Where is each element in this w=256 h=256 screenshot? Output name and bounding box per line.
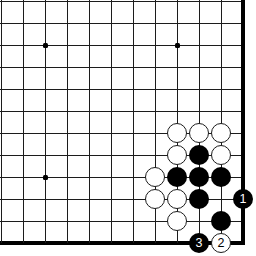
grid-line-horizontal bbox=[0, 111, 12, 112]
intersection bbox=[188, 188, 210, 210]
grid-line-vertical bbox=[45, 78, 46, 100]
grid-line-vertical bbox=[111, 78, 112, 100]
grid-line-vertical bbox=[133, 188, 134, 210]
grid-line-vertical bbox=[1, 78, 2, 100]
grid-line-vertical bbox=[199, 56, 200, 78]
intersection bbox=[144, 56, 166, 78]
intersection bbox=[166, 232, 188, 254]
intersection bbox=[34, 144, 56, 166]
intersection bbox=[122, 144, 144, 166]
grid-line-vertical bbox=[1, 122, 2, 144]
move-2-stone: 2 bbox=[211, 233, 231, 253]
grid-line-vertical bbox=[241, 210, 245, 232]
grid-line-vertical bbox=[1, 210, 2, 232]
grid-line-vertical bbox=[133, 100, 134, 122]
grid-line-vertical bbox=[45, 100, 46, 122]
intersection bbox=[188, 12, 210, 34]
grid-line-vertical bbox=[23, 210, 24, 232]
intersection bbox=[188, 166, 210, 188]
grid-line-vertical bbox=[155, 122, 156, 144]
grid-line-vertical bbox=[155, 144, 156, 166]
grid-line-vertical bbox=[155, 34, 156, 56]
grid-line-vertical bbox=[23, 188, 24, 210]
intersection bbox=[78, 0, 100, 12]
intersection bbox=[78, 12, 100, 34]
intersection bbox=[12, 188, 34, 210]
intersection bbox=[188, 0, 210, 12]
grid-line-vertical bbox=[89, 56, 90, 78]
intersection bbox=[0, 0, 12, 12]
intersection bbox=[12, 56, 34, 78]
intersection bbox=[56, 188, 78, 210]
intersection bbox=[100, 166, 122, 188]
intersection bbox=[56, 100, 78, 122]
grid-line-vertical bbox=[89, 232, 90, 243]
intersection bbox=[188, 210, 210, 232]
intersection bbox=[34, 232, 56, 254]
intersection bbox=[210, 188, 232, 210]
intersection bbox=[78, 56, 100, 78]
grid-line-vertical bbox=[221, 188, 222, 210]
intersection bbox=[144, 0, 166, 12]
grid-line-vertical bbox=[89, 0, 90, 12]
intersection bbox=[166, 166, 188, 188]
intersection bbox=[100, 232, 122, 254]
grid-line-vertical bbox=[45, 210, 46, 232]
white-stone bbox=[167, 123, 187, 143]
grid-line-vertical bbox=[89, 166, 90, 188]
intersection bbox=[166, 144, 188, 166]
intersection bbox=[144, 144, 166, 166]
grid-line-horizontal bbox=[0, 133, 12, 134]
white-stone bbox=[189, 123, 209, 143]
intersection bbox=[0, 100, 12, 122]
grid-line-vertical bbox=[111, 188, 112, 210]
intersection bbox=[122, 56, 144, 78]
intersection bbox=[122, 232, 144, 254]
intersection bbox=[78, 166, 100, 188]
grid-line-vertical bbox=[23, 78, 24, 100]
grid-line-horizontal bbox=[0, 221, 12, 222]
grid-line-vertical bbox=[177, 100, 178, 122]
grid-line-vertical bbox=[67, 12, 68, 34]
grid-line-vertical bbox=[1, 166, 2, 188]
grid-line-vertical bbox=[1, 34, 2, 56]
intersection bbox=[232, 78, 254, 100]
intersection bbox=[232, 56, 254, 78]
black-stone bbox=[189, 145, 209, 165]
intersection bbox=[232, 34, 254, 56]
grid-line-vertical bbox=[23, 100, 24, 122]
grid-line-horizontal bbox=[0, 177, 12, 178]
grid-line-vertical bbox=[45, 56, 46, 78]
grid-line-vertical bbox=[133, 12, 134, 34]
grid-line-vertical bbox=[155, 100, 156, 122]
intersection bbox=[166, 210, 188, 232]
grid-line-vertical bbox=[133, 34, 134, 56]
grid-line-vertical bbox=[23, 232, 24, 243]
grid-line-vertical bbox=[241, 56, 245, 78]
star-point-icon bbox=[43, 175, 48, 180]
intersection bbox=[144, 166, 166, 188]
black-stone bbox=[189, 189, 209, 209]
grid-line-vertical bbox=[133, 78, 134, 100]
grid-line-vertical bbox=[1, 188, 2, 210]
intersection bbox=[210, 78, 232, 100]
intersection bbox=[100, 144, 122, 166]
intersection bbox=[166, 78, 188, 100]
intersection bbox=[0, 122, 12, 144]
black-stone bbox=[189, 167, 209, 187]
intersection bbox=[166, 0, 188, 12]
grid-line-vertical bbox=[221, 34, 222, 56]
grid-line-vertical bbox=[1, 56, 2, 78]
intersection bbox=[100, 12, 122, 34]
grid-line-vertical bbox=[45, 232, 46, 243]
grid-line-vertical bbox=[241, 12, 245, 34]
grid-line-horizontal bbox=[0, 1, 12, 2]
intersection bbox=[78, 100, 100, 122]
intersection bbox=[210, 34, 232, 56]
intersection bbox=[78, 122, 100, 144]
intersection bbox=[56, 12, 78, 34]
intersection bbox=[122, 100, 144, 122]
intersection bbox=[232, 144, 254, 166]
star-point-icon bbox=[43, 43, 48, 48]
intersection bbox=[56, 122, 78, 144]
intersection bbox=[56, 0, 78, 12]
intersection: 2 bbox=[210, 232, 232, 254]
grid-line-vertical bbox=[133, 122, 134, 144]
intersection bbox=[144, 100, 166, 122]
grid-line-vertical bbox=[1, 232, 2, 243]
intersection bbox=[0, 232, 12, 254]
grid-line-vertical bbox=[241, 34, 245, 56]
intersection bbox=[12, 12, 34, 34]
intersection bbox=[122, 210, 144, 232]
grid-line-vertical bbox=[241, 78, 245, 100]
grid-line-horizontal bbox=[0, 67, 12, 68]
intersection bbox=[12, 0, 34, 12]
intersection bbox=[122, 12, 144, 34]
intersection bbox=[144, 188, 166, 210]
star-point-icon bbox=[175, 43, 180, 48]
intersection bbox=[34, 100, 56, 122]
intersection bbox=[34, 12, 56, 34]
grid-line-vertical bbox=[23, 0, 24, 12]
white-stone bbox=[211, 145, 231, 165]
grid-line-vertical bbox=[111, 0, 112, 12]
grid-line-horizontal bbox=[0, 89, 12, 90]
grid-line-vertical bbox=[241, 0, 245, 12]
grid-line-vertical bbox=[111, 210, 112, 232]
grid-line-vertical bbox=[67, 188, 68, 210]
grid-line-vertical bbox=[23, 144, 24, 166]
go-diagram: 132 bbox=[0, 0, 256, 256]
intersection bbox=[34, 78, 56, 100]
grid-line-vertical bbox=[155, 78, 156, 100]
intersection bbox=[232, 12, 254, 34]
intersection bbox=[100, 188, 122, 210]
grid-line-vertical bbox=[177, 78, 178, 100]
intersection bbox=[210, 144, 232, 166]
intersection bbox=[122, 166, 144, 188]
intersection bbox=[166, 188, 188, 210]
intersection bbox=[188, 144, 210, 166]
grid-line-vertical bbox=[177, 56, 178, 78]
intersection bbox=[34, 166, 56, 188]
grid-line-vertical bbox=[177, 232, 178, 243]
white-stone bbox=[145, 167, 165, 187]
intersection bbox=[34, 0, 56, 12]
grid-line-vertical bbox=[133, 210, 134, 232]
intersection bbox=[232, 0, 254, 12]
grid-line-vertical bbox=[241, 122, 245, 144]
intersection bbox=[188, 56, 210, 78]
intersection bbox=[122, 188, 144, 210]
grid-line-vertical bbox=[221, 56, 222, 78]
intersection bbox=[144, 122, 166, 144]
grid-line-vertical bbox=[133, 232, 134, 243]
black-stone bbox=[211, 211, 231, 231]
grid-line-vertical bbox=[67, 34, 68, 56]
grid-line-vertical bbox=[23, 34, 24, 56]
grid-line-vertical bbox=[111, 166, 112, 188]
grid-line-vertical bbox=[89, 34, 90, 56]
intersection bbox=[188, 122, 210, 144]
intersection bbox=[34, 122, 56, 144]
intersection bbox=[0, 78, 12, 100]
intersection bbox=[210, 56, 232, 78]
intersection bbox=[78, 188, 100, 210]
grid-line-vertical bbox=[89, 144, 90, 166]
grid-line-vertical bbox=[111, 100, 112, 122]
intersection bbox=[210, 122, 232, 144]
intersection bbox=[100, 78, 122, 100]
grid-line-vertical bbox=[89, 12, 90, 34]
intersection bbox=[12, 100, 34, 122]
grid-line-vertical bbox=[89, 78, 90, 100]
intersection bbox=[78, 78, 100, 100]
intersection bbox=[78, 232, 100, 254]
intersection bbox=[56, 144, 78, 166]
intersection bbox=[122, 122, 144, 144]
grid-line-vertical bbox=[221, 0, 222, 12]
intersection bbox=[122, 34, 144, 56]
intersection bbox=[166, 122, 188, 144]
intersection bbox=[0, 188, 12, 210]
intersection bbox=[100, 100, 122, 122]
move-3-stone: 3 bbox=[189, 233, 209, 253]
intersection bbox=[232, 122, 254, 144]
intersection bbox=[12, 210, 34, 232]
grid-line-vertical bbox=[89, 210, 90, 232]
intersection bbox=[0, 56, 12, 78]
grid-line-vertical bbox=[67, 166, 68, 188]
grid-line-vertical bbox=[23, 166, 24, 188]
grid-line-vertical bbox=[45, 12, 46, 34]
grid-line-vertical bbox=[89, 122, 90, 144]
white-stone bbox=[167, 189, 187, 209]
grid-line-vertical bbox=[1, 144, 2, 166]
grid-line-horizontal bbox=[0, 241, 12, 245]
intersection bbox=[78, 144, 100, 166]
intersection bbox=[210, 0, 232, 12]
grid-line-horizontal bbox=[0, 155, 12, 156]
intersection bbox=[210, 100, 232, 122]
grid-line-vertical bbox=[199, 0, 200, 12]
intersection bbox=[56, 34, 78, 56]
intersection bbox=[12, 34, 34, 56]
intersection bbox=[0, 34, 12, 56]
intersection bbox=[34, 210, 56, 232]
grid-line-vertical bbox=[1, 100, 2, 122]
intersection bbox=[144, 210, 166, 232]
intersection bbox=[100, 56, 122, 78]
grid-line-vertical bbox=[23, 56, 24, 78]
intersection bbox=[12, 144, 34, 166]
intersection bbox=[56, 56, 78, 78]
intersection bbox=[232, 210, 254, 232]
intersection bbox=[122, 0, 144, 12]
intersection bbox=[188, 100, 210, 122]
intersection bbox=[166, 34, 188, 56]
grid-line-vertical bbox=[199, 78, 200, 100]
grid-line-vertical bbox=[67, 0, 68, 12]
grid-line-vertical bbox=[23, 122, 24, 144]
intersection bbox=[144, 12, 166, 34]
intersection bbox=[34, 188, 56, 210]
grid-line-vertical bbox=[45, 144, 46, 166]
intersection bbox=[12, 122, 34, 144]
grid-line-vertical bbox=[199, 210, 200, 232]
intersection: 3 bbox=[188, 232, 210, 254]
intersection bbox=[232, 232, 254, 254]
grid-line-vertical bbox=[133, 166, 134, 188]
grid-line-vertical bbox=[155, 56, 156, 78]
grid-line-vertical bbox=[221, 100, 222, 122]
intersection bbox=[78, 34, 100, 56]
grid-line-vertical bbox=[155, 0, 156, 12]
grid-line-vertical bbox=[177, 12, 178, 34]
grid-line-vertical bbox=[111, 232, 112, 243]
grid-line-vertical bbox=[67, 210, 68, 232]
grid-line-vertical bbox=[111, 34, 112, 56]
intersection bbox=[12, 78, 34, 100]
grid-line-vertical bbox=[1, 0, 2, 12]
black-stone bbox=[211, 167, 231, 187]
white-stone bbox=[167, 211, 187, 231]
intersection bbox=[12, 232, 34, 254]
grid-line-vertical bbox=[111, 122, 112, 144]
grid-line-vertical bbox=[199, 100, 200, 122]
grid-line-vertical bbox=[45, 188, 46, 210]
intersection bbox=[210, 166, 232, 188]
intersection bbox=[100, 122, 122, 144]
white-stone bbox=[211, 123, 231, 143]
intersection bbox=[144, 34, 166, 56]
grid-line-vertical bbox=[67, 100, 68, 122]
grid-line-vertical bbox=[67, 232, 68, 243]
grid-line-vertical bbox=[155, 210, 156, 232]
grid-line-vertical bbox=[221, 78, 222, 100]
intersection bbox=[232, 166, 254, 188]
intersection bbox=[12, 166, 34, 188]
grid-line-vertical bbox=[67, 78, 68, 100]
intersection bbox=[0, 144, 12, 166]
grid-line-vertical bbox=[111, 144, 112, 166]
intersection bbox=[144, 78, 166, 100]
intersection bbox=[56, 210, 78, 232]
grid-line-vertical bbox=[199, 12, 200, 34]
grid-line-vertical bbox=[67, 56, 68, 78]
grid-line-vertical bbox=[111, 12, 112, 34]
grid-line-vertical bbox=[155, 232, 156, 243]
intersection bbox=[166, 56, 188, 78]
grid-line-vertical bbox=[1, 12, 2, 34]
intersection bbox=[210, 12, 232, 34]
intersection bbox=[210, 210, 232, 232]
grid-line-vertical bbox=[45, 122, 46, 144]
intersection bbox=[166, 100, 188, 122]
grid-line-vertical bbox=[199, 34, 200, 56]
grid-line-vertical bbox=[221, 12, 222, 34]
intersection bbox=[144, 232, 166, 254]
grid-line-horizontal bbox=[0, 45, 12, 46]
move-1-stone: 1 bbox=[233, 189, 253, 209]
black-stone bbox=[167, 167, 187, 187]
grid-line-vertical bbox=[155, 12, 156, 34]
go-board: 132 bbox=[0, 0, 254, 254]
grid-line-vertical bbox=[133, 0, 134, 12]
grid-line-vertical bbox=[89, 188, 90, 210]
intersection bbox=[56, 78, 78, 100]
grid-line-vertical bbox=[67, 144, 68, 166]
grid-line-vertical bbox=[23, 12, 24, 34]
grid-line-vertical bbox=[45, 0, 46, 12]
intersection bbox=[100, 210, 122, 232]
intersection bbox=[188, 78, 210, 100]
intersection bbox=[0, 166, 12, 188]
intersection bbox=[56, 166, 78, 188]
white-stone bbox=[167, 145, 187, 165]
intersection bbox=[56, 232, 78, 254]
grid-line-vertical bbox=[241, 100, 245, 122]
grid-line-vertical bbox=[89, 100, 90, 122]
grid-line-vertical bbox=[133, 144, 134, 166]
grid-line-vertical bbox=[67, 122, 68, 144]
grid-line-vertical bbox=[241, 232, 245, 245]
grid-line-horizontal bbox=[0, 199, 12, 200]
grid-line-vertical bbox=[241, 166, 245, 188]
grid-line-vertical bbox=[241, 144, 245, 166]
intersection bbox=[78, 210, 100, 232]
intersection bbox=[0, 12, 12, 34]
intersection bbox=[34, 56, 56, 78]
intersection bbox=[100, 34, 122, 56]
intersection bbox=[34, 34, 56, 56]
grid-line-vertical bbox=[111, 56, 112, 78]
intersection bbox=[232, 100, 254, 122]
intersection bbox=[188, 34, 210, 56]
intersection bbox=[166, 12, 188, 34]
white-stone bbox=[145, 189, 165, 209]
intersection bbox=[122, 78, 144, 100]
intersection bbox=[100, 0, 122, 12]
grid-line-vertical bbox=[133, 56, 134, 78]
intersection bbox=[0, 210, 12, 232]
grid-line-horizontal bbox=[0, 23, 12, 24]
